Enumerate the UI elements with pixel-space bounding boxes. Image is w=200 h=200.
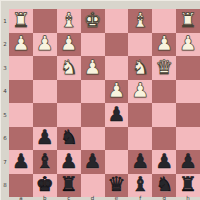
square-f7[interactable]: ♟ (128, 150, 152, 174)
black-pawn-h7[interactable]: ♟ (179, 151, 197, 171)
square-f6[interactable] (128, 127, 152, 151)
square-b3[interactable] (33, 56, 57, 80)
rank-label-2: 2 (1, 41, 9, 47)
rank-label-5: 5 (1, 112, 9, 118)
white-queen-g3[interactable]: ♛ (155, 57, 173, 77)
square-a2[interactable]: ♟ (9, 33, 33, 57)
white-pawn-a2[interactable]: ♟ (12, 33, 30, 53)
black-queen-e8[interactable]: ♛ (107, 174, 125, 194)
black-pawn-c7[interactable]: ♟ (60, 151, 78, 171)
file-label-c: c (57, 196, 81, 200)
white-pawn-b2[interactable]: ♟ (36, 33, 54, 53)
white-pawn-c2[interactable]: ♟ (60, 33, 78, 53)
square-d8[interactable] (81, 174, 105, 198)
square-g2[interactable]: ♟ (152, 33, 176, 57)
black-bishop-b7[interactable]: ♝ (36, 151, 54, 171)
square-h2[interactable]: ♟ (176, 33, 200, 57)
square-f4[interactable]: ♟ (128, 80, 152, 104)
white-pawn-f4[interactable]: ♟ (131, 80, 149, 100)
white-bishop-c1[interactable]: ♝ (60, 10, 78, 30)
square-c5[interactable] (57, 103, 81, 127)
square-h7[interactable]: ♟ (176, 150, 200, 174)
black-rook-c8[interactable]: ♜ (60, 174, 78, 194)
black-pawn-f7[interactable]: ♟ (131, 151, 149, 171)
file-label-h: h (176, 196, 200, 200)
white-rook-h1[interactable]: ♜ (179, 10, 197, 30)
white-bishop-f1[interactable]: ♝ (131, 10, 149, 30)
chess-board[interactable]: ♜♝♚♝♜♟♟♟♟♟♞♟♞♛♟♟♟♟♞♟♝♟♟♟♟♟♚♜♛♝♞♜ (9, 9, 200, 197)
square-g8[interactable]: ♞ (152, 174, 176, 198)
square-c4[interactable] (57, 80, 81, 104)
black-pawn-a7[interactable]: ♟ (12, 151, 30, 171)
rank-label-7: 7 (1, 159, 9, 165)
square-c2[interactable]: ♟ (57, 33, 81, 57)
black-pawn-e5[interactable]: ♟ (107, 104, 125, 124)
square-d1[interactable]: ♚ (81, 9, 105, 33)
square-e6[interactable] (105, 127, 129, 151)
file-label-f: f (128, 196, 152, 200)
square-h4[interactable] (176, 80, 200, 104)
square-d5[interactable] (81, 103, 105, 127)
rank-label-3: 3 (1, 65, 9, 71)
rank-label-1: 1 (1, 18, 9, 24)
square-h1[interactable]: ♜ (176, 9, 200, 33)
square-h6[interactable] (176, 127, 200, 151)
square-a4[interactable] (9, 80, 33, 104)
square-c3[interactable]: ♞ (57, 56, 81, 80)
square-e7[interactable] (105, 150, 129, 174)
square-f5[interactable] (128, 103, 152, 127)
file-label-g: g (152, 196, 176, 200)
black-pawn-g7[interactable]: ♟ (155, 151, 173, 171)
white-pawn-g2[interactable]: ♟ (155, 33, 173, 53)
square-a7[interactable]: ♟ (9, 150, 33, 174)
file-label-e: e (104, 196, 128, 200)
file-label-b: b (33, 196, 57, 200)
square-g5[interactable] (152, 103, 176, 127)
square-g1[interactable] (152, 9, 176, 33)
square-g6[interactable] (152, 127, 176, 151)
square-c8[interactable]: ♜ (57, 174, 81, 198)
square-d4[interactable] (81, 80, 105, 104)
square-a8[interactable] (9, 174, 33, 198)
square-g4[interactable] (152, 80, 176, 104)
square-h8[interactable]: ♜ (176, 174, 200, 198)
square-c1[interactable]: ♝ (57, 9, 81, 33)
file-label-a: a (9, 196, 33, 200)
square-a1[interactable]: ♜ (9, 9, 33, 33)
square-a3[interactable] (9, 56, 33, 80)
square-g3[interactable]: ♛ (152, 56, 176, 80)
square-f2[interactable] (128, 33, 152, 57)
square-e3[interactable] (105, 56, 129, 80)
square-f1[interactable]: ♝ (128, 9, 152, 33)
square-b4[interactable] (33, 80, 57, 104)
file-label-d: d (81, 196, 105, 200)
square-e1[interactable] (105, 9, 129, 33)
square-e2[interactable] (105, 33, 129, 57)
square-f3[interactable]: ♞ (128, 56, 152, 80)
square-b2[interactable]: ♟ (33, 33, 57, 57)
square-b8[interactable]: ♚ (33, 174, 57, 198)
square-e5[interactable]: ♟ (105, 103, 129, 127)
square-e8[interactable]: ♛ (105, 174, 129, 198)
square-b6[interactable]: ♟ (33, 127, 57, 151)
square-f8[interactable]: ♝ (128, 174, 152, 198)
black-pawn-b6[interactable]: ♟ (36, 127, 54, 147)
white-pawn-e4[interactable]: ♟ (107, 80, 125, 100)
square-d7[interactable]: ♟ (81, 150, 105, 174)
black-rook-h8[interactable]: ♜ (179, 174, 197, 194)
white-pawn-h2[interactable]: ♟ (179, 33, 197, 53)
white-knight-f3[interactable]: ♞ (131, 57, 149, 77)
square-b7[interactable]: ♝ (33, 150, 57, 174)
square-g7[interactable]: ♟ (152, 150, 176, 174)
black-bishop-f8[interactable]: ♝ (131, 174, 149, 194)
white-knight-c3[interactable]: ♞ (60, 57, 78, 77)
square-c6[interactable]: ♞ (57, 127, 81, 151)
black-pawn-d7[interactable]: ♟ (84, 151, 102, 171)
black-knight-g8[interactable]: ♞ (155, 174, 173, 194)
rank-label-6: 6 (1, 135, 9, 141)
square-a5[interactable] (9, 103, 33, 127)
square-d6[interactable] (81, 127, 105, 151)
black-knight-c6[interactable]: ♞ (60, 127, 78, 147)
rank-label-4: 4 (1, 88, 9, 94)
white-rook-a1[interactable]: ♜ (12, 10, 30, 30)
square-a6[interactable] (9, 127, 33, 151)
board-frame: ♜♝♚♝♜♟♟♟♟♟♞♟♞♛♟♟♟♟♞♟♝♟♟♟♟♟♚♜♛♝♞♜ 1234567… (0, 0, 200, 200)
square-e4[interactable]: ♟ (105, 80, 129, 104)
white-pawn-d3[interactable]: ♟ (84, 57, 102, 77)
square-h5[interactable] (176, 103, 200, 127)
black-king-b8[interactable]: ♚ (36, 174, 54, 194)
square-d2[interactable] (81, 33, 105, 57)
square-d3[interactable]: ♟ (81, 56, 105, 80)
white-king-d1[interactable]: ♚ (84, 10, 102, 30)
rank-label-8: 8 (1, 182, 9, 188)
square-b1[interactable] (33, 9, 57, 33)
square-b5[interactable] (33, 103, 57, 127)
square-c7[interactable]: ♟ (57, 150, 81, 174)
square-h3[interactable] (176, 56, 200, 80)
